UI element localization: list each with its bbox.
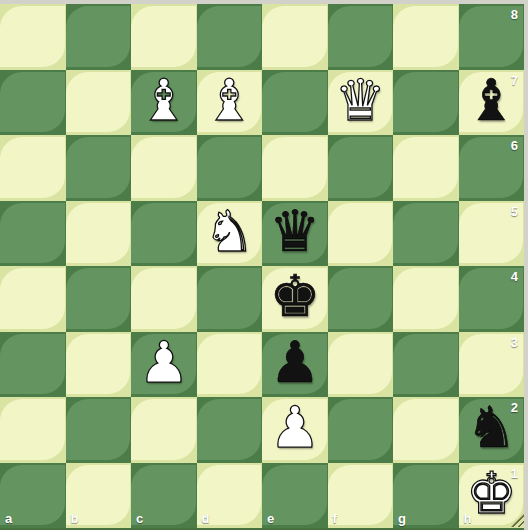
square-f4[interactable] bbox=[328, 266, 394, 332]
file-label-c: c bbox=[136, 511, 143, 526]
square-a6[interactable] bbox=[0, 135, 66, 201]
square-b4[interactable] bbox=[66, 266, 132, 332]
square-c5[interactable] bbox=[131, 201, 197, 267]
square-f1[interactable]: f bbox=[328, 463, 394, 529]
piece-white-knight[interactable]: ♞ bbox=[204, 203, 255, 264]
square-b3[interactable] bbox=[66, 332, 132, 398]
square-c2[interactable] bbox=[131, 397, 197, 463]
piece-white-queen[interactable]: ♛ bbox=[335, 72, 386, 133]
square-g1[interactable]: g bbox=[393, 463, 459, 529]
square-f5[interactable] bbox=[328, 201, 394, 267]
square-c3[interactable]: ♟ bbox=[131, 332, 197, 398]
square-g6[interactable] bbox=[393, 135, 459, 201]
square-e6[interactable] bbox=[262, 135, 328, 201]
square-c4[interactable] bbox=[131, 266, 197, 332]
square-b7[interactable] bbox=[66, 70, 132, 136]
square-a8[interactable] bbox=[0, 4, 66, 70]
square-e2[interactable]: ♟ bbox=[262, 397, 328, 463]
square-g3[interactable] bbox=[393, 332, 459, 398]
file-label-f: f bbox=[333, 511, 337, 526]
piece-black-pawn[interactable]: ♟ bbox=[269, 334, 320, 395]
square-b8[interactable] bbox=[66, 4, 132, 70]
square-e4[interactable]: ♚ bbox=[262, 266, 328, 332]
piece-white-pawn[interactable]: ♟ bbox=[138, 334, 189, 395]
square-c6[interactable] bbox=[131, 135, 197, 201]
square-c8[interactable] bbox=[131, 4, 197, 70]
square-h1[interactable]: ♚1h bbox=[459, 463, 525, 529]
square-g7[interactable] bbox=[393, 70, 459, 136]
piece-black-king[interactable]: ♚ bbox=[269, 268, 320, 329]
piece-white-bishop[interactable]: ♝ bbox=[204, 72, 255, 133]
square-d1[interactable]: d bbox=[197, 463, 263, 529]
square-h7[interactable]: ♝7 bbox=[459, 70, 525, 136]
square-g2[interactable] bbox=[393, 397, 459, 463]
file-label-e: e bbox=[267, 511, 274, 526]
square-d3[interactable] bbox=[197, 332, 263, 398]
file-label-b: b bbox=[71, 511, 79, 526]
square-h3[interactable]: 3 bbox=[459, 332, 525, 398]
piece-black-bishop[interactable]: ♝ bbox=[466, 72, 517, 133]
square-f3[interactable] bbox=[328, 332, 394, 398]
square-d6[interactable] bbox=[197, 135, 263, 201]
square-a7[interactable] bbox=[0, 70, 66, 136]
square-e1[interactable]: e bbox=[262, 463, 328, 529]
square-h6[interactable]: 6 bbox=[459, 135, 525, 201]
square-h5[interactable]: 5 bbox=[459, 201, 525, 267]
square-f2[interactable] bbox=[328, 397, 394, 463]
rank-label-5: 5 bbox=[511, 204, 518, 219]
square-b1[interactable]: b bbox=[66, 463, 132, 529]
square-h4[interactable]: 4 bbox=[459, 266, 525, 332]
square-h8[interactable]: 8 bbox=[459, 4, 525, 70]
square-f8[interactable] bbox=[328, 4, 394, 70]
square-a1[interactable]: a bbox=[0, 463, 66, 529]
square-f7[interactable]: ♛ bbox=[328, 70, 394, 136]
square-e5[interactable]: ♛ bbox=[262, 201, 328, 267]
square-b5[interactable] bbox=[66, 201, 132, 267]
square-d4[interactable] bbox=[197, 266, 263, 332]
square-e8[interactable] bbox=[262, 4, 328, 70]
square-b2[interactable] bbox=[66, 397, 132, 463]
square-g8[interactable] bbox=[393, 4, 459, 70]
square-a5[interactable] bbox=[0, 201, 66, 267]
rank-label-4: 4 bbox=[511, 269, 518, 284]
piece-white-king[interactable]: ♚ bbox=[466, 465, 517, 526]
piece-white-pawn[interactable]: ♟ bbox=[269, 399, 320, 460]
square-g5[interactable] bbox=[393, 201, 459, 267]
file-label-a: a bbox=[5, 511, 12, 526]
square-d7[interactable]: ♝ bbox=[197, 70, 263, 136]
square-b6[interactable] bbox=[66, 135, 132, 201]
piece-white-bishop[interactable]: ♝ bbox=[138, 72, 189, 133]
square-c1[interactable]: c bbox=[131, 463, 197, 529]
square-d2[interactable] bbox=[197, 397, 263, 463]
square-e7[interactable] bbox=[262, 70, 328, 136]
square-g4[interactable] bbox=[393, 266, 459, 332]
square-c7[interactable]: ♝ bbox=[131, 70, 197, 136]
square-d5[interactable]: ♞ bbox=[197, 201, 263, 267]
file-label-d: d bbox=[202, 511, 210, 526]
rank-label-6: 6 bbox=[511, 138, 518, 153]
rank-label-8: 8 bbox=[511, 7, 518, 22]
square-f6[interactable] bbox=[328, 135, 394, 201]
square-a2[interactable] bbox=[0, 397, 66, 463]
square-h2[interactable]: ♞2 bbox=[459, 397, 525, 463]
file-label-g: g bbox=[398, 511, 406, 526]
square-a4[interactable] bbox=[0, 266, 66, 332]
square-a3[interactable] bbox=[0, 332, 66, 398]
chess-board[interactable]: 8♝♝♛♝76♞♛5♚4♟♟3♟♞2abcdefg♚1h bbox=[0, 4, 524, 530]
square-e3[interactable]: ♟ bbox=[262, 332, 328, 398]
piece-black-knight[interactable]: ♞ bbox=[466, 399, 517, 460]
rank-label-3: 3 bbox=[511, 335, 518, 350]
square-d8[interactable] bbox=[197, 4, 263, 70]
piece-black-queen[interactable]: ♛ bbox=[269, 203, 320, 264]
board-frame: 8♝♝♛♝76♞♛5♚4♟♟3♟♞2abcdefg♚1h bbox=[0, 0, 528, 530]
